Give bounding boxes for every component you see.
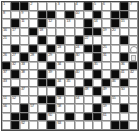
clue-number: 60 [48,113,51,117]
clue-number: 51 [3,96,6,100]
white-cell-r6c5[interactable] [38,45,47,54]
clue-number: 29 [48,53,51,57]
white-cell-r3c9[interactable] [75,19,84,28]
white-cell-r3c4[interactable] [29,19,38,28]
clue-number: 42 [130,70,133,74]
white-cell-r11c3[interactable]: 47 [20,87,29,96]
black-cell-r1c10 [84,2,93,11]
clue-number: 62 [21,121,24,125]
white-cell-r13c15[interactable] [129,104,138,113]
white-cell-r2c10[interactable] [84,11,93,20]
white-cell-r12c3[interactable] [20,96,29,105]
black-cell-r5c14 [120,36,129,45]
white-cell-r12c10[interactable] [84,96,93,105]
white-cell-r11c15[interactable] [129,87,138,96]
clue-number: 25 [103,45,106,49]
black-cell-r15c14 [120,121,129,130]
white-cell-r3c15[interactable] [129,19,138,28]
clue-number: 52 [12,96,15,100]
white-cell-r2c9[interactable]: 10 [75,11,84,20]
white-cell-r4c2[interactable]: 17 [11,28,20,37]
white-cell-r10c15[interactable] [129,79,138,88]
white-cell-r1c4[interactable]: 2 [29,2,38,11]
white-cell-r10c8[interactable]: 45 [65,79,74,88]
black-cell-r9c2 [11,70,20,79]
white-cell-r2c4[interactable] [29,11,38,20]
clue-number: 48 [85,87,88,91]
white-cell-r4c7[interactable] [56,28,65,37]
white-cell-r10c11[interactable] [93,79,102,88]
white-cell-r1c6[interactable] [47,2,56,11]
white-cell-r10c2[interactable] [11,79,20,88]
white-cell-r6c3[interactable] [20,45,29,54]
white-cell-r1c8[interactable] [65,2,74,11]
white-cell-r4c6[interactable] [47,28,56,37]
clue-number: 56 [3,104,6,108]
white-cell-r14c15[interactable] [129,113,138,122]
white-cell-r4c9[interactable] [75,28,84,37]
white-cell-r9c4[interactable] [29,70,38,79]
black-cell-r10c5 [38,79,47,88]
clue-number: 21 [3,36,6,40]
white-cell-r15c10[interactable] [84,121,93,130]
white-cell-r13c9[interactable] [75,104,84,113]
white-cell-r12c2[interactable]: 52 [11,96,20,105]
black-cell-r13c11 [93,104,102,113]
crossword-grid: 1234567891011121314151617181920212223242… [1,1,139,131]
black-cell-r9c5 [38,70,47,79]
clue-number: 53 [57,96,60,100]
clue-number: 8 [3,11,5,15]
clue-number: 41 [121,70,124,74]
black-cell-r9c11 [93,70,102,79]
clue-number: 50 [121,87,124,91]
white-cell-r8c8[interactable] [65,62,74,71]
clue-number: 55 [112,96,115,100]
black-cell-r8c10 [84,62,93,71]
white-cell-r7c4[interactable]: 28 [29,53,38,62]
black-cell-r2c13 [111,11,120,20]
white-cell-r15c4[interactable] [29,121,38,130]
white-cell-r7c15[interactable] [129,53,138,62]
clue-number: 16 [3,28,6,32]
white-cell-r8c5[interactable] [38,62,47,71]
white-cell-r3c7[interactable] [56,19,65,28]
white-cell-r13c2[interactable] [11,104,20,113]
clue-number: 14 [94,19,97,23]
white-cell-r10c4[interactable] [29,79,38,88]
clue-number: 1 [3,2,5,6]
white-cell-r15c8[interactable] [65,121,74,130]
clue-number: 12 [48,19,51,23]
clue-number: 36 [121,62,124,66]
white-cell-r10c13[interactable]: 46 [111,79,120,88]
white-cell-r11c8[interactable] [65,87,74,96]
black-cell-r12c5 [38,96,47,105]
clue-number: 31 [103,53,106,57]
white-cell-r13c4[interactable]: 57 [29,104,38,113]
white-cell-r14c13[interactable] [111,113,120,122]
white-cell-r14c14[interactable] [120,113,129,122]
white-cell-r4c14[interactable] [120,28,129,37]
clue-number: 47 [21,87,24,91]
black-cell-r5c5 [38,36,47,45]
clue-number: 38 [21,70,24,74]
clue-number: 37 [3,70,6,74]
clue-number: 44 [57,79,60,83]
white-cell-r3c11[interactable]: 14 [93,19,102,28]
clue-number: 39 [48,70,51,74]
clue-number: 34 [57,62,60,66]
white-cell-r10c1[interactable]: 43 [2,79,11,88]
white-cell-r15c3[interactable]: 62 [20,121,29,130]
clue-number: 35 [94,62,97,66]
white-cell-r7c10[interactable] [84,53,93,62]
white-cell-r1c11[interactable]: 5 [93,2,102,11]
crossword-page: { "game": "crossword", "grid_rows": 15, … [0,0,140,132]
white-cell-r8c11[interactable]: 35 [93,62,102,71]
white-cell-r2c1[interactable]: 8 [2,11,11,20]
clue-number: 9 [21,11,23,15]
white-cell-r7c1[interactable]: 26 [2,53,11,62]
white-cell-r11c14[interactable]: 50 [120,87,129,96]
black-cell-r3c10 [84,19,93,28]
black-cell-r15c6 [47,121,56,130]
white-cell-r6c15[interactable] [129,45,138,54]
clue-number: 2 [30,2,32,6]
clue-number: 7 [130,2,132,6]
clue-number: 6 [103,2,105,6]
clue-number: 57 [30,104,33,108]
white-cell-r15c11[interactable] [93,121,102,130]
white-cell-r12c8[interactable] [65,96,74,105]
white-cell-r14c12[interactable]: 61 [102,113,111,122]
white-cell-r11c12[interactable]: 49 [102,87,111,96]
clue-number: 15 [121,19,124,23]
white-cell-r14c4[interactable] [29,113,38,122]
white-cell-r9c9[interactable]: 40 [75,70,84,79]
white-cell-r1c7[interactable]: 3 [56,2,65,11]
clue-number: 28 [30,53,33,57]
white-cell-r5c6[interactable] [47,36,56,45]
clue-number: 17 [12,28,15,32]
white-cell-r9c14[interactable]: 41 [120,70,129,79]
white-cell-r5c15[interactable] [129,36,138,45]
white-cell-r5c11[interactable] [93,36,102,45]
clue-number: 26 [3,53,6,57]
black-cell-r6c10 [84,45,93,54]
white-cell-r1c13[interactable] [111,2,120,11]
white-cell-r2c7[interactable] [56,11,65,20]
white-cell-r13c1[interactable]: 56 [2,104,11,113]
white-cell-r3c8[interactable]: 13 [65,19,74,28]
black-cell-r7c5 [38,53,47,62]
white-cell-r6c13[interactable] [111,45,120,54]
white-cell-r9c6[interactable]: 39 [47,70,56,79]
white-cell-r15c12[interactable] [102,121,111,130]
clue-number: 59 [103,104,106,108]
white-cell-r7c6[interactable]: 29 [47,53,56,62]
white-cell-r13c10[interactable] [84,104,93,113]
white-cell-r4c12[interactable]: 19 [102,28,111,37]
white-cell-r15c15[interactable] [129,121,138,130]
white-cell-r9c15[interactable]: 42 [129,70,138,79]
white-cell-r11c4[interactable] [29,87,38,96]
white-cell-r12c15[interactable] [129,96,138,105]
white-cell-r11c5[interactable] [38,87,47,96]
clue-number: 32 [12,62,15,66]
white-cell-r1c12[interactable]: 6 [102,2,111,11]
black-cell-r4c4 [29,28,38,37]
clue-number: 24 [76,45,79,49]
white-cell-r2c12[interactable] [102,11,111,20]
clue-number: 46 [112,79,115,83]
white-cell-r2c2[interactable] [11,11,20,20]
black-cell-r1c2 [11,2,20,11]
black-cell-r1c14 [120,2,129,11]
clue-number: 27 [12,53,15,57]
white-cell-r5c3[interactable] [20,36,29,45]
white-cell-r6c8[interactable] [65,45,74,54]
white-cell-r12c9[interactable]: 54 [75,96,84,105]
clue-number: 11 [21,19,24,23]
white-cell-r14c6[interactable]: 60 [47,113,56,122]
black-cell-r2c5 [38,11,47,20]
clue-number: 23 [57,45,60,49]
white-cell-r6c14[interactable] [120,45,129,54]
white-cell-r9c10[interactable] [84,70,93,79]
white-cell-r12c11[interactable] [93,96,102,105]
clue-number: 3 [57,2,59,6]
clue-number: 10 [76,11,79,15]
white-cell-r15c1[interactable] [2,121,11,130]
clue-number: 58 [57,104,60,108]
black-cell-r10c6 [47,79,56,88]
white-cell-r8c4[interactable] [29,62,38,71]
white-cell-r5c8[interactable] [65,36,74,45]
black-cell-r12c6 [47,96,56,105]
clue-number: 49 [103,87,106,91]
black-cell-r15c13 [111,121,120,130]
white-cell-r2c15[interactable] [129,11,138,20]
white-cell-r13c13[interactable] [111,104,120,113]
white-cell-r7c9[interactable]: 30 [75,53,84,62]
white-cell-r5c10[interactable]: 22 [84,36,93,45]
white-cell-r1c5[interactable] [38,2,47,11]
white-cell-r6c7[interactable]: 23 [56,45,65,54]
black-cell-r6c11 [93,45,102,54]
clue-number: 45 [66,79,69,83]
white-cell-r14c9[interactable] [75,113,84,122]
clue-number: 40 [76,70,79,74]
white-cell-r8c7[interactable]: 34 [56,62,65,71]
clue-number: 33 [21,62,24,66]
white-cell-r10c7[interactable]: 44 [56,79,65,88]
white-cell-r3c3[interactable]: 11 [20,19,29,28]
clue-number: 22 [85,36,88,40]
white-cell-r4c3[interactable] [20,28,29,37]
white-cell-r9c12[interactable] [102,70,111,79]
white-cell-r5c4[interactable] [29,36,38,45]
white-cell-r12c14[interactable] [120,96,129,105]
white-cell-r7c13[interactable] [111,53,120,62]
clue-number: 19 [103,28,106,32]
clue-number: 20 [112,28,115,32]
white-cell-r5c2[interactable] [11,36,20,45]
clue-number: 13 [66,19,69,23]
white-cell-r3c14[interactable]: 15 [120,19,129,28]
clue-number: 30 [76,53,79,57]
black-cell-r13c14 [120,104,129,113]
black-cell-r13c3 [20,104,29,113]
white-cell-r8c2[interactable]: 32 [11,62,20,71]
black-cell-r11c11 [93,87,102,96]
clue-number: 54 [76,96,79,100]
white-cell-r1c15[interactable]: 7 [129,2,138,11]
white-cell-r15c5[interactable] [38,121,47,130]
clue-number: 63 [57,121,60,125]
black-cell-r14c8 [65,113,74,122]
white-cell-r13c8[interactable] [65,104,74,113]
black-cell-r4c11 [93,28,102,37]
black-cell-r14c2 [11,113,20,122]
cell-mark [131,55,136,61]
clue-number: 61 [103,113,106,117]
white-cell-r4c5[interactable]: 18 [38,28,47,37]
white-cell-r9c3[interactable]: 38 [20,70,29,79]
white-cell-r4c13[interactable]: 20 [111,28,120,37]
clue-number: 4 [76,2,78,6]
white-cell-r15c9[interactable] [75,121,84,130]
clue-number: 18 [39,28,42,32]
black-cell-r7c8 [65,53,74,62]
white-cell-r11c6[interactable] [47,87,56,96]
white-cell-r5c13[interactable] [111,36,120,45]
white-cell-r4c15[interactable] [129,28,138,37]
white-cell-r3c6[interactable]: 12 [47,19,56,28]
black-cell-r14c5 [38,113,47,122]
white-cell-r14c1[interactable] [2,113,11,122]
white-cell-r4c8[interactable] [65,28,74,37]
clue-number: 43 [3,79,6,83]
black-cell-r14c10 [84,113,93,122]
white-cell-r7c12[interactable]: 31 [102,53,111,62]
clue-number: 5 [94,2,96,6]
white-cell-r5c1[interactable]: 21 [2,36,11,45]
black-cell-r14c11 [93,113,102,122]
black-cell-r15c2 [11,121,20,130]
white-cell-r8c12[interactable] [102,62,111,71]
white-cell-r10c9[interactable] [75,79,84,88]
white-cell-r13c7[interactable]: 58 [56,104,65,113]
white-cell-r13c5[interactable] [38,104,47,113]
white-cell-r15c7[interactable]: 63 [56,121,65,130]
white-cell-r12c13[interactable]: 55 [111,96,120,105]
white-cell-r11c10[interactable]: 48 [84,87,93,96]
white-cell-r8c13[interactable] [111,62,120,71]
